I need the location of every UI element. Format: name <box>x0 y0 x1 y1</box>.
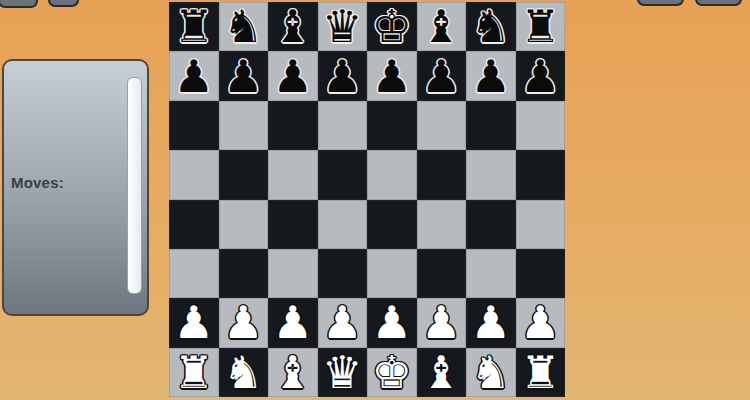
white-bishop: ♝ <box>421 350 461 395</box>
square-a2[interactable]: ♟ <box>169 298 219 347</box>
white-pawn: ♟ <box>223 300 263 345</box>
square-c5[interactable] <box>268 150 318 199</box>
white-pawn: ♟ <box>273 300 313 345</box>
square-d8[interactable]: ♛ <box>318 2 368 51</box>
square-f8[interactable]: ♝ <box>417 2 467 51</box>
square-d3[interactable] <box>318 249 368 298</box>
square-a3[interactable] <box>169 249 219 298</box>
square-d6[interactable] <box>318 101 368 150</box>
white-king: ♚ <box>372 350 412 395</box>
square-e3[interactable] <box>367 249 417 298</box>
square-b3[interactable] <box>219 249 269 298</box>
white-pawn: ♟ <box>520 300 560 345</box>
square-e1[interactable]: ♚ <box>367 348 417 397</box>
square-a4[interactable] <box>169 200 219 249</box>
square-b4[interactable] <box>219 200 269 249</box>
black-queen: ♛ <box>322 4 362 49</box>
moves-label: Moves: <box>11 174 64 191</box>
square-e5[interactable] <box>367 150 417 199</box>
square-f7[interactable]: ♟ <box>417 51 467 100</box>
black-knight: ♞ <box>223 4 263 49</box>
black-pawn: ♟ <box>372 54 412 99</box>
white-queen: ♛ <box>322 350 362 395</box>
square-e6[interactable] <box>367 101 417 150</box>
square-d7[interactable]: ♟ <box>318 51 368 100</box>
square-h4[interactable] <box>516 200 566 249</box>
white-rook: ♜ <box>520 350 560 395</box>
black-rook: ♜ <box>174 4 214 49</box>
square-a8[interactable]: ♜ <box>169 2 219 51</box>
square-f2[interactable]: ♟ <box>417 298 467 347</box>
moves-scrollbar-thumb[interactable] <box>127 77 142 294</box>
toolbar-button-1[interactable] <box>0 0 38 8</box>
square-c1[interactable]: ♝ <box>268 348 318 397</box>
square-c2[interactable]: ♟ <box>268 298 318 347</box>
square-b2[interactable]: ♟ <box>219 298 269 347</box>
square-c7[interactable]: ♟ <box>268 51 318 100</box>
black-rook: ♜ <box>520 4 560 49</box>
square-g3[interactable] <box>466 249 516 298</box>
white-pawn: ♟ <box>322 300 362 345</box>
square-g1[interactable]: ♞ <box>466 348 516 397</box>
square-c4[interactable] <box>268 200 318 249</box>
white-pawn: ♟ <box>174 300 214 345</box>
square-g4[interactable] <box>466 200 516 249</box>
square-a7[interactable]: ♟ <box>169 51 219 100</box>
white-rook: ♜ <box>174 350 214 395</box>
square-b1[interactable]: ♞ <box>219 348 269 397</box>
toolbar-button-3[interactable] <box>637 0 684 6</box>
black-pawn: ♟ <box>223 54 263 99</box>
square-d2[interactable]: ♟ <box>318 298 368 347</box>
moves-panel: Moves: <box>2 59 149 316</box>
white-knight: ♞ <box>471 350 511 395</box>
black-pawn: ♟ <box>322 54 362 99</box>
square-f5[interactable] <box>417 150 467 199</box>
square-e8[interactable]: ♚ <box>367 2 417 51</box>
square-h3[interactable] <box>516 249 566 298</box>
square-e7[interactable]: ♟ <box>367 51 417 100</box>
square-f3[interactable] <box>417 249 467 298</box>
square-d4[interactable] <box>318 200 368 249</box>
square-h6[interactable] <box>516 101 566 150</box>
square-c6[interactable] <box>268 101 318 150</box>
black-pawn: ♟ <box>471 54 511 99</box>
square-b6[interactable] <box>219 101 269 150</box>
black-pawn: ♟ <box>520 54 560 99</box>
square-f4[interactable] <box>417 200 467 249</box>
toolbar-button-2[interactable] <box>48 0 79 7</box>
white-bishop: ♝ <box>273 350 313 395</box>
square-g8[interactable]: ♞ <box>466 2 516 51</box>
square-g6[interactable] <box>466 101 516 150</box>
square-a6[interactable] <box>169 101 219 150</box>
black-king: ♚ <box>372 4 412 49</box>
black-knight: ♞ <box>471 4 511 49</box>
square-b5[interactable] <box>219 150 269 199</box>
white-pawn: ♟ <box>471 300 511 345</box>
square-g7[interactable]: ♟ <box>466 51 516 100</box>
square-f1[interactable]: ♝ <box>417 348 467 397</box>
square-g5[interactable] <box>466 150 516 199</box>
square-c3[interactable] <box>268 249 318 298</box>
black-bishop: ♝ <box>421 4 461 49</box>
square-e2[interactable]: ♟ <box>367 298 417 347</box>
square-a1[interactable]: ♜ <box>169 348 219 397</box>
square-a5[interactable] <box>169 150 219 199</box>
white-pawn: ♟ <box>372 300 412 345</box>
white-pawn: ♟ <box>421 300 461 345</box>
square-h8[interactable]: ♜ <box>516 2 566 51</box>
chess-board[interactable]: ♜♞♝♛♚♝♞♜♟♟♟♟♟♟♟♟♟♟♟♟♟♟♟♟♜♞♝♛♚♝♞♜ <box>169 2 565 397</box>
black-pawn: ♟ <box>273 54 313 99</box>
square-h2[interactable]: ♟ <box>516 298 566 347</box>
square-h5[interactable] <box>516 150 566 199</box>
square-d1[interactable]: ♛ <box>318 348 368 397</box>
white-knight: ♞ <box>223 350 263 395</box>
square-e4[interactable] <box>367 200 417 249</box>
square-f6[interactable] <box>417 101 467 150</box>
black-pawn: ♟ <box>421 54 461 99</box>
toolbar-button-4[interactable] <box>695 0 742 6</box>
square-b7[interactable]: ♟ <box>219 51 269 100</box>
square-b8[interactable]: ♞ <box>219 2 269 51</box>
black-pawn: ♟ <box>174 54 214 99</box>
square-d5[interactable] <box>318 150 368 199</box>
square-g2[interactable]: ♟ <box>466 298 516 347</box>
square-c8[interactable]: ♝ <box>268 2 318 51</box>
square-h7[interactable]: ♟ <box>516 51 566 100</box>
app-background: { "game": "chess", "position": "rnbqkbnr… <box>0 0 750 400</box>
black-bishop: ♝ <box>273 4 313 49</box>
square-h1[interactable]: ♜ <box>516 348 566 397</box>
